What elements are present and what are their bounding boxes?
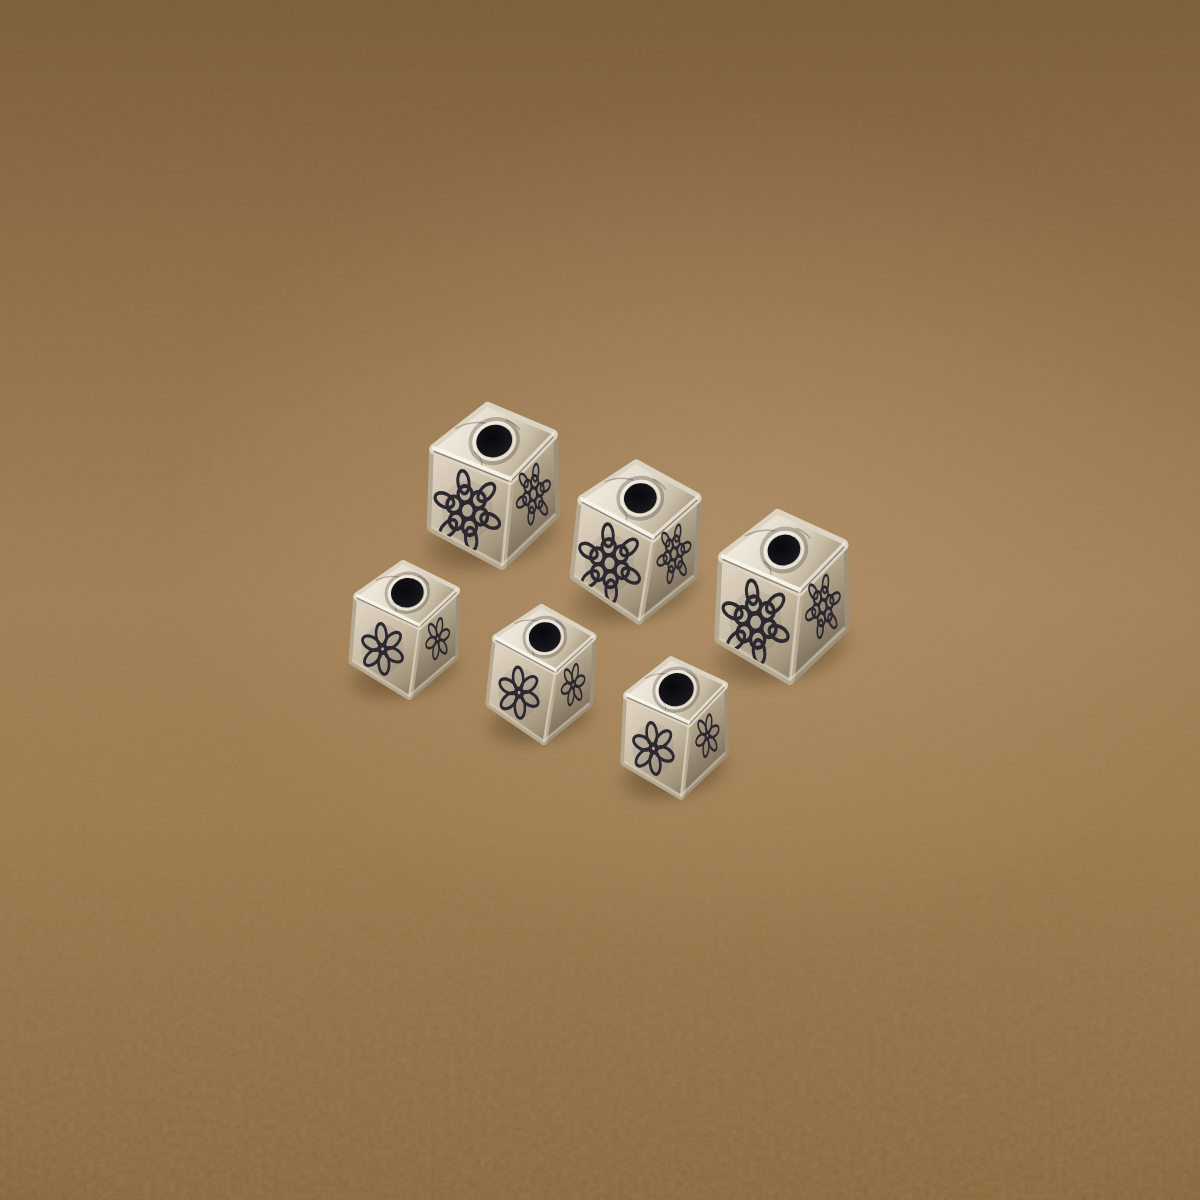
bead-small-2-svg: [479, 601, 600, 748]
product-photo: [0, 0, 1200, 1200]
bead-small-3: [612, 653, 734, 803]
bead-small-3-svg: [612, 653, 734, 803]
bead-small-2: [479, 601, 600, 748]
bead-large-1-svg: [416, 398, 566, 574]
bead-small-1: [341, 557, 465, 703]
bead-large-1: [416, 398, 566, 574]
bead-small-1-svg: [341, 557, 465, 703]
